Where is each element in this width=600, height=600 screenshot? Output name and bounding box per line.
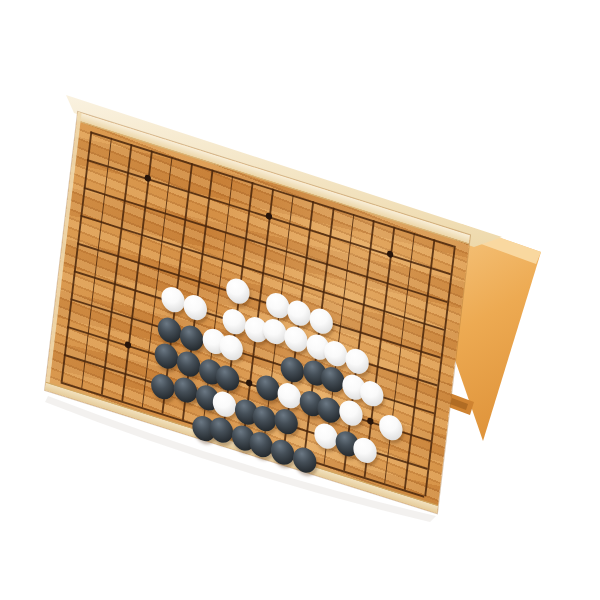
- product-photo-scene: [0, 0, 600, 600]
- black-stone[interactable]: [251, 403, 277, 434]
- black-stone[interactable]: [154, 341, 180, 372]
- white-stone[interactable]: [338, 398, 364, 429]
- white-stone[interactable]: [323, 338, 349, 369]
- black-stone[interactable]: [150, 371, 176, 402]
- star-point: [367, 417, 374, 425]
- white-stone[interactable]: [283, 324, 309, 355]
- white-stone[interactable]: [286, 298, 312, 329]
- black-stone[interactable]: [280, 354, 306, 385]
- star-point: [246, 379, 253, 387]
- grid-line-horizontal: [80, 215, 444, 331]
- white-stone[interactable]: [264, 290, 290, 321]
- star-point: [265, 212, 272, 220]
- white-stone[interactable]: [344, 346, 370, 377]
- black-stone[interactable]: [172, 374, 198, 405]
- white-stone[interactable]: [352, 435, 378, 466]
- black-stone[interactable]: [319, 364, 345, 395]
- white-stone[interactable]: [308, 305, 334, 336]
- black-stone[interactable]: [273, 406, 299, 437]
- black-stone[interactable]: [255, 372, 281, 403]
- white-stone[interactable]: [160, 284, 186, 315]
- star-point: [124, 341, 131, 349]
- white-stone[interactable]: [313, 420, 339, 451]
- white-stone[interactable]: [378, 412, 404, 443]
- white-stone[interactable]: [261, 316, 287, 347]
- white-stone[interactable]: [277, 380, 303, 411]
- white-stone[interactable]: [222, 306, 248, 337]
- white-stone[interactable]: [225, 275, 251, 306]
- black-stone[interactable]: [176, 348, 202, 379]
- black-stone[interactable]: [316, 394, 342, 425]
- white-stone[interactable]: [359, 378, 385, 409]
- black-stone[interactable]: [179, 322, 205, 353]
- white-stone[interactable]: [182, 292, 208, 323]
- star-point: [144, 174, 151, 182]
- white-stone[interactable]: [212, 389, 238, 420]
- black-stone[interactable]: [215, 363, 241, 394]
- black-stone[interactable]: [157, 315, 183, 346]
- white-stone[interactable]: [218, 332, 244, 363]
- star-point: [387, 250, 394, 258]
